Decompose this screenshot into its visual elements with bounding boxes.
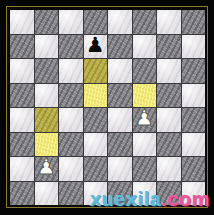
square-e1[interactable] — [108, 182, 132, 206]
square-a1[interactable] — [10, 182, 34, 206]
square-b3[interactable] — [35, 133, 59, 157]
square-f3[interactable] — [133, 133, 157, 157]
square-a8[interactable] — [10, 10, 34, 34]
square-c4[interactable] — [59, 108, 83, 132]
square-h8[interactable] — [182, 10, 206, 34]
square-h6[interactable] — [182, 59, 206, 83]
square-f5[interactable] — [133, 84, 157, 108]
square-a6[interactable] — [10, 59, 34, 83]
square-d3[interactable] — [84, 133, 108, 157]
square-c6[interactable] — [59, 59, 83, 83]
square-b5[interactable] — [35, 84, 59, 108]
square-a2[interactable] — [10, 157, 34, 181]
square-b4[interactable] — [35, 108, 59, 132]
square-c1[interactable] — [59, 182, 83, 206]
square-e5[interactable] — [108, 84, 132, 108]
square-h4[interactable] — [182, 108, 206, 132]
square-g8[interactable] — [157, 10, 181, 34]
square-a7[interactable] — [10, 35, 34, 59]
chess-board: ♟♟♟ — [10, 10, 205, 205]
square-d5[interactable] — [84, 84, 108, 108]
square-f2[interactable] — [133, 157, 157, 181]
square-f7[interactable] — [133, 35, 157, 59]
square-b6[interactable] — [35, 59, 59, 83]
square-a4[interactable] — [10, 108, 34, 132]
square-c5[interactable] — [59, 84, 83, 108]
square-d8[interactable] — [84, 10, 108, 34]
square-c2[interactable] — [59, 157, 83, 181]
square-c7[interactable] — [59, 35, 83, 59]
square-h5[interactable] — [182, 84, 206, 108]
square-d7[interactable]: ♟ — [84, 35, 108, 59]
square-g6[interactable] — [157, 59, 181, 83]
square-b1[interactable] — [35, 182, 59, 206]
square-f6[interactable] — [133, 59, 157, 83]
square-b7[interactable] — [35, 35, 59, 59]
square-g7[interactable] — [157, 35, 181, 59]
square-a3[interactable] — [10, 133, 34, 157]
square-c3[interactable] — [59, 133, 83, 157]
square-g4[interactable] — [157, 108, 181, 132]
square-h1[interactable] — [182, 182, 206, 206]
black-pawn: ♟ — [86, 35, 105, 56]
white-pawn: ♟ — [135, 108, 154, 129]
square-f4[interactable]: ♟ — [133, 108, 157, 132]
square-a5[interactable] — [10, 84, 34, 108]
square-c8[interactable] — [59, 10, 83, 34]
square-g2[interactable] — [157, 157, 181, 181]
square-e6[interactable] — [108, 59, 132, 83]
square-f1[interactable] — [133, 182, 157, 206]
square-e2[interactable] — [108, 157, 132, 181]
square-g1[interactable] — [157, 182, 181, 206]
square-h3[interactable] — [182, 133, 206, 157]
square-g5[interactable] — [157, 84, 181, 108]
square-e7[interactable] — [108, 35, 132, 59]
square-d6[interactable] — [84, 59, 108, 83]
square-d1[interactable] — [84, 182, 108, 206]
square-b2[interactable]: ♟ — [35, 157, 59, 181]
square-g3[interactable] — [157, 133, 181, 157]
white-pawn: ♟ — [37, 157, 56, 178]
square-f8[interactable] — [133, 10, 157, 34]
chess-diagram: ♟♟♟ xuexila.com — [0, 0, 214, 215]
square-h7[interactable] — [182, 35, 206, 59]
square-b8[interactable] — [35, 10, 59, 34]
square-e3[interactable] — [108, 133, 132, 157]
square-h2[interactable] — [182, 157, 206, 181]
square-d2[interactable] — [84, 157, 108, 181]
square-d4[interactable] — [84, 108, 108, 132]
square-e8[interactable] — [108, 10, 132, 34]
square-e4[interactable] — [108, 108, 132, 132]
